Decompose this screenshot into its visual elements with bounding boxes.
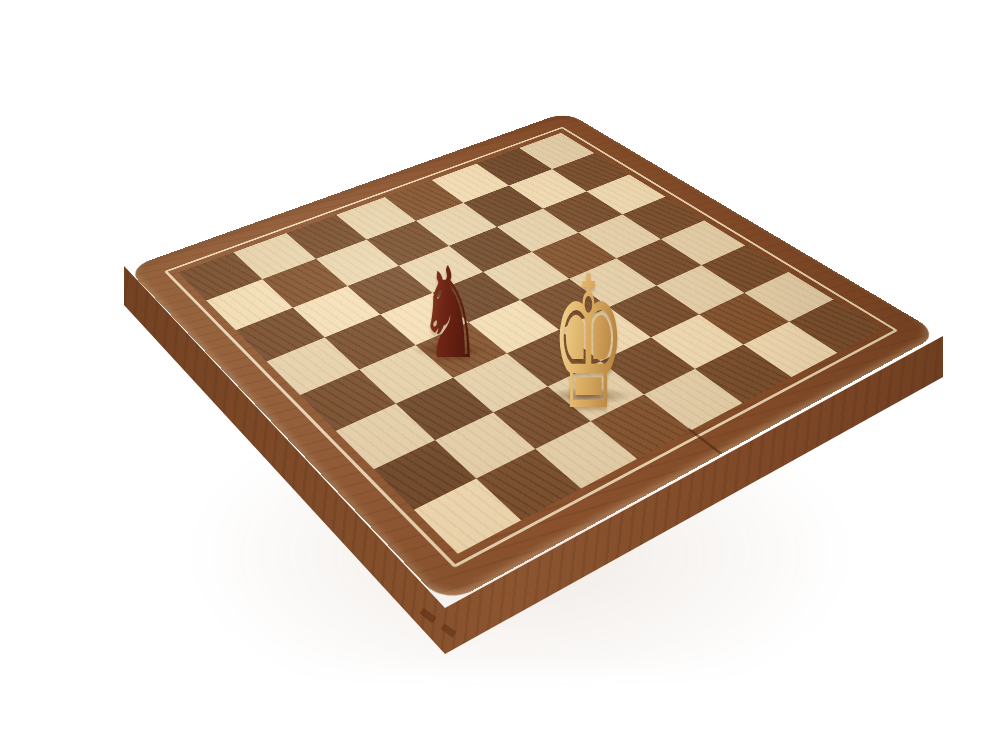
piece-white-king-e2[interactable]: ♚ [497, 252, 680, 435]
black-knight-icon: ♞ [415, 251, 484, 377]
piece-black-knight-f4[interactable]: ♞ [387, 251, 513, 377]
scene: { "game": { "name": "chess", "board_desc… [0, 0, 1000, 730]
photo-stage: ♞♚ [0, 0, 1000, 730]
white-king-icon: ♚ [547, 252, 629, 435]
